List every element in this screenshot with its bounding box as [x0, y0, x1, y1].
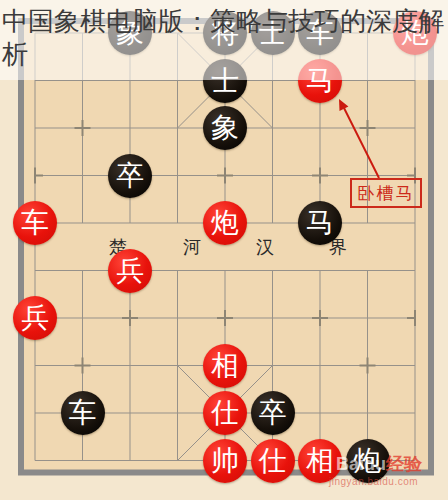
- annotation-box: 卧槽马: [350, 178, 422, 208]
- annotation-label: 卧槽马: [358, 182, 415, 205]
- xiangqi-screenshot: 楚 河 汉 界 象将士车炮士马象卒车炮马兵兵相车仕卒帅仕相炮 卧槽马 中国象棋电…: [0, 0, 448, 500]
- page-title: 中国象棋电脑版：策略与技巧的深度解析: [2, 5, 448, 71]
